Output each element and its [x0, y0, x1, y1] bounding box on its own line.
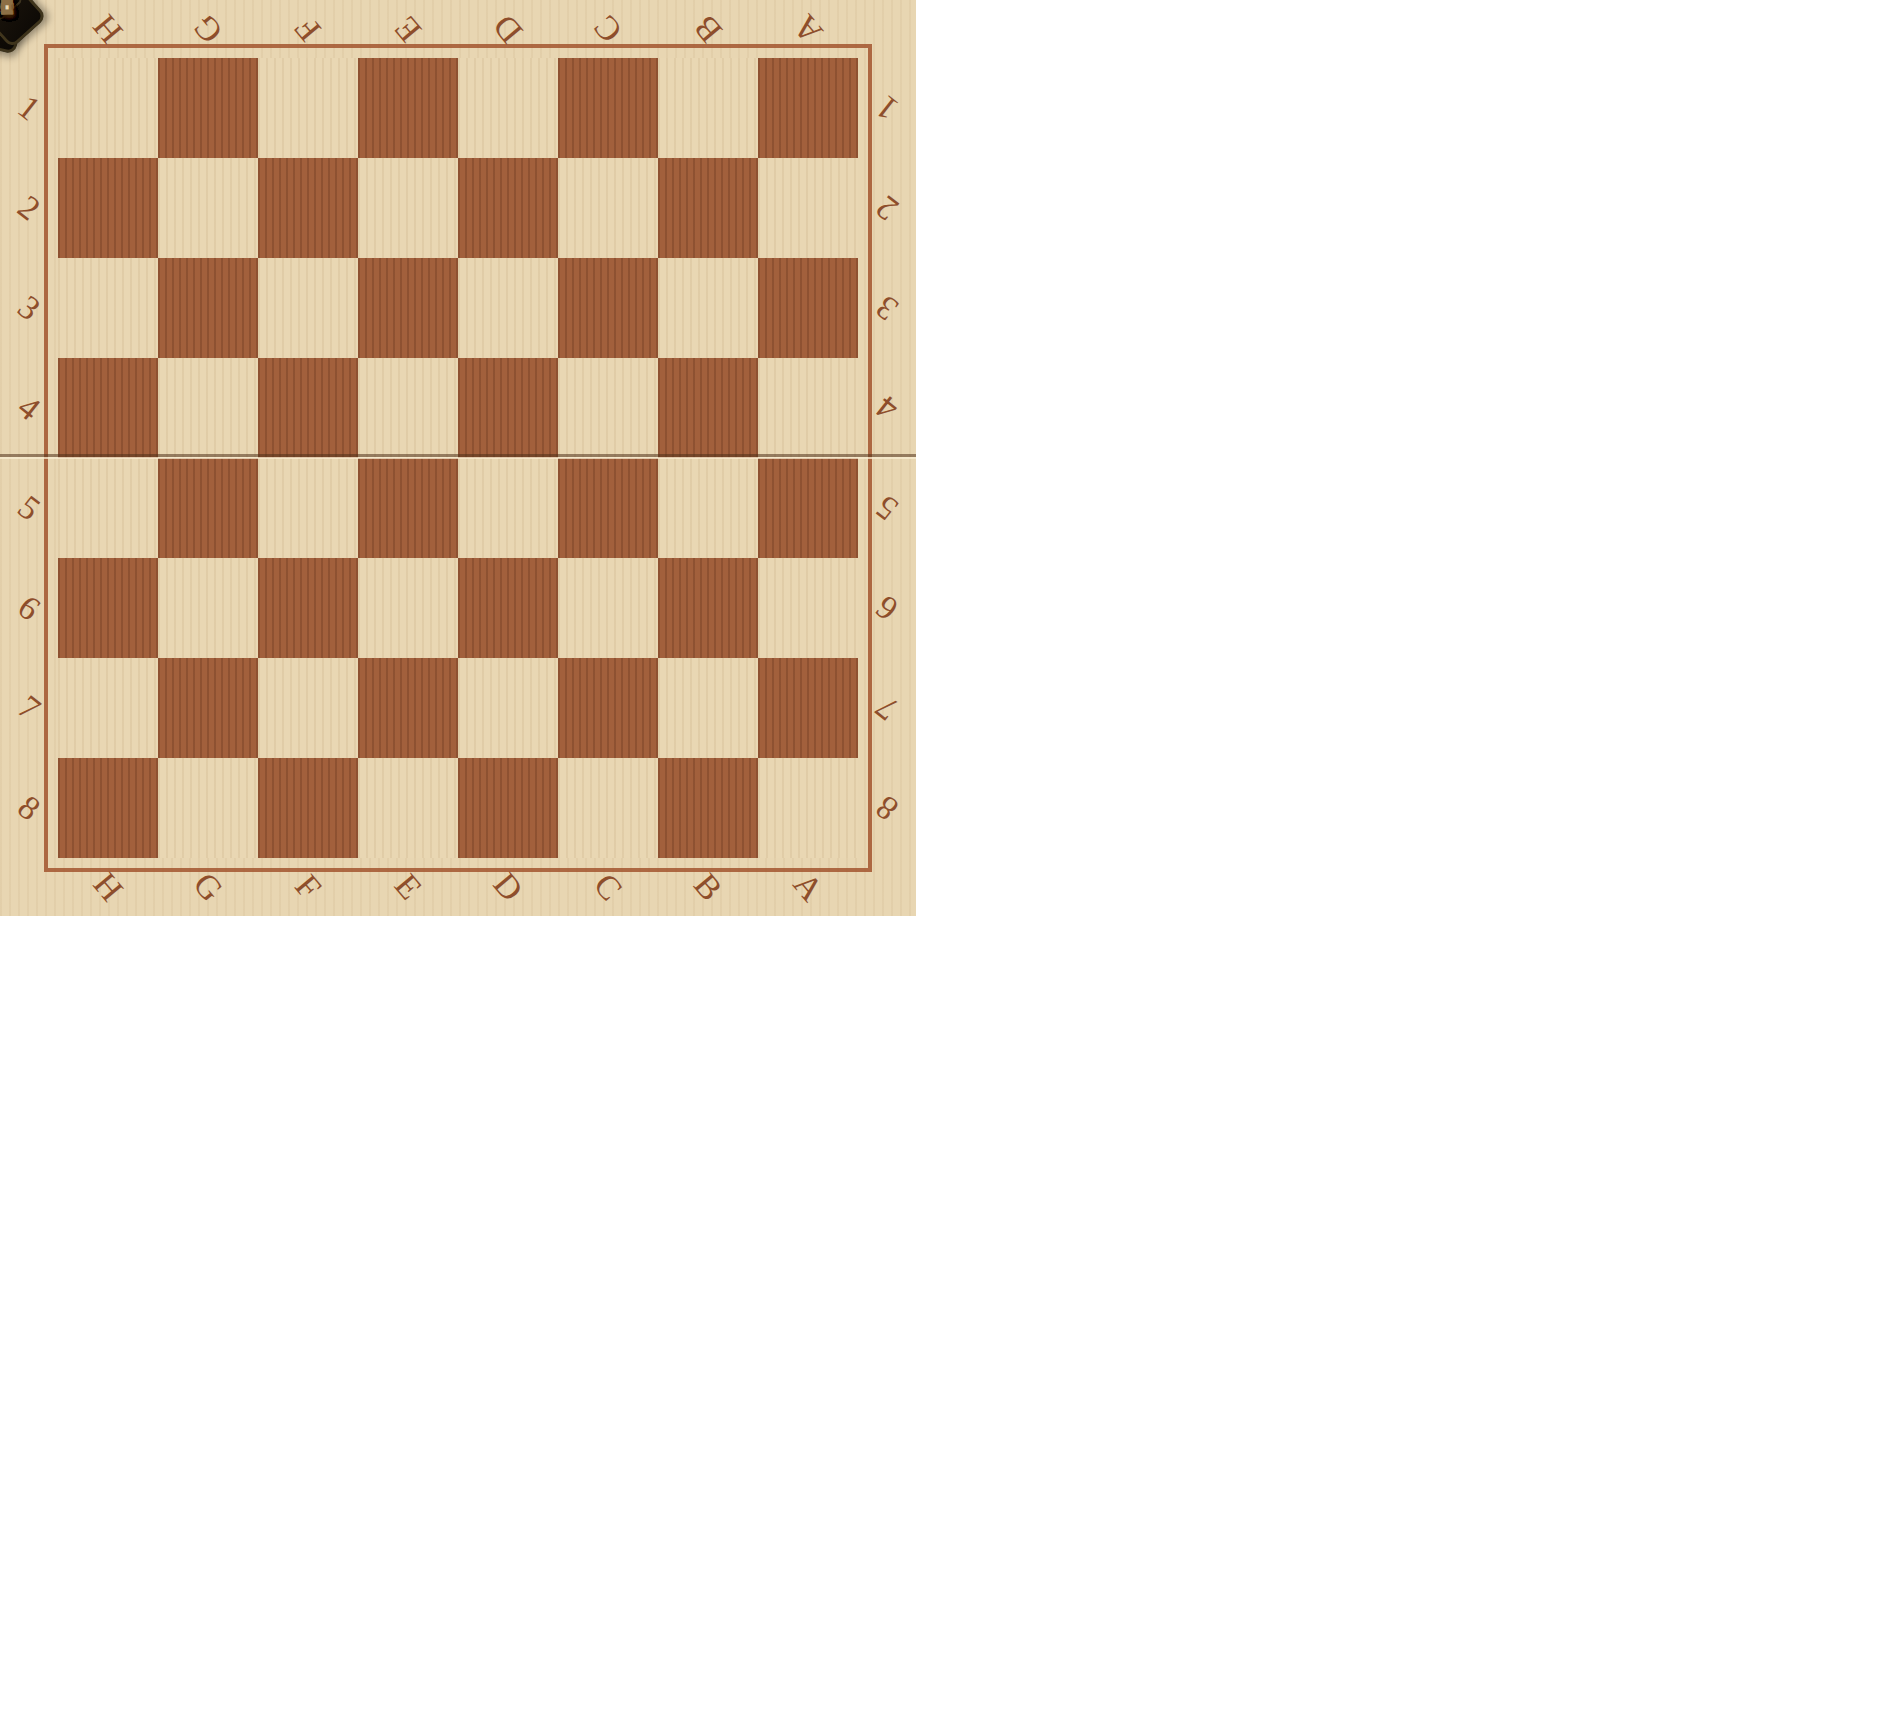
- square-f1: [258, 58, 358, 158]
- square-d6: [458, 558, 558, 658]
- square-g3: [158, 258, 258, 358]
- square-e6: [358, 558, 458, 658]
- square-d5: [458, 458, 558, 558]
- square-d1: [458, 58, 558, 158]
- square-b7: [658, 658, 758, 758]
- square-h2: [58, 158, 158, 258]
- square-b4: [658, 358, 758, 458]
- square-h6: [58, 558, 158, 658]
- file-label: D: [487, 867, 529, 908]
- square-a2: [758, 158, 858, 258]
- square-d2: [458, 158, 558, 258]
- square-d4: [458, 358, 558, 458]
- square-a8: [758, 758, 858, 858]
- square-c2: [558, 158, 658, 258]
- square-b5: [658, 458, 758, 558]
- product-photo-scene: 44332211ABCDEFGH 11HH22GG33FF44EE55DD66C…: [0, 0, 1890, 1718]
- square-c6: [558, 558, 658, 658]
- square-e5: [358, 458, 458, 558]
- rank-label: 2: [12, 189, 46, 226]
- square-d8: [458, 758, 558, 858]
- square-b8: [658, 758, 758, 858]
- square-c5: [558, 458, 658, 558]
- file-label: C: [588, 867, 629, 906]
- file-label: F: [289, 869, 327, 905]
- square-c7: [558, 658, 658, 758]
- square-a1: [758, 58, 858, 158]
- rank-label: 1: [870, 89, 904, 126]
- square-f2: [258, 158, 358, 258]
- square-e8: [358, 758, 458, 858]
- square-f6: [258, 558, 358, 658]
- square-h8: [58, 758, 158, 858]
- file-label: C: [588, 9, 629, 48]
- square-g8: [158, 758, 258, 858]
- file-label: A: [787, 867, 829, 908]
- square-d7: [458, 658, 558, 758]
- rank-label: 4: [12, 389, 46, 426]
- rank-label: 4: [870, 389, 904, 426]
- rank-label: 6: [12, 589, 46, 626]
- rank-label: 6: [870, 589, 904, 626]
- rank-label: 5: [870, 489, 904, 526]
- square-g5: [158, 458, 258, 558]
- square-b6: [658, 558, 758, 658]
- square-e1: [358, 58, 458, 158]
- square-b3: [658, 258, 758, 358]
- square-c3: [558, 258, 658, 358]
- square-e4: [358, 358, 458, 458]
- square-a6: [758, 558, 858, 658]
- square-e3: [358, 258, 458, 358]
- square-a3: [758, 258, 858, 358]
- file-label: E: [388, 10, 427, 48]
- square-b1: [658, 58, 758, 158]
- square-h1: [58, 58, 158, 158]
- open-board-surface: 11HH22GG33FF44EE55DD66CC77BB88AA: [0, 0, 916, 916]
- square-h3: [58, 258, 158, 358]
- rank-label: 5: [12, 489, 46, 526]
- square-d3: [458, 258, 558, 358]
- square-c8: [558, 758, 658, 858]
- file-label: H: [87, 867, 129, 908]
- fold-seam-highlight: [0, 457, 916, 459]
- rank-label: 2: [870, 189, 904, 226]
- square-f4: [258, 358, 358, 458]
- rank-label: 7: [12, 689, 46, 726]
- file-label: G: [187, 867, 229, 908]
- square-e7: [358, 658, 458, 758]
- file-label: E: [388, 868, 427, 906]
- rank-label: 3: [870, 289, 904, 326]
- square-c1: [558, 58, 658, 158]
- square-a7: [758, 658, 858, 758]
- square-g2: [158, 158, 258, 258]
- square-a5: [758, 458, 858, 558]
- square-f7: [258, 658, 358, 758]
- rank-label: 3: [12, 289, 46, 326]
- square-a4: [758, 358, 858, 458]
- rank-label: 7: [870, 689, 904, 726]
- piece-white-rook-h1: ♜: [0, 0, 14, 16]
- square-g6: [158, 558, 258, 658]
- square-e2: [358, 158, 458, 258]
- square-b2: [658, 158, 758, 258]
- square-g4: [158, 358, 258, 458]
- file-label: B: [688, 9, 729, 48]
- file-label: F: [289, 11, 327, 47]
- square-f3: [258, 258, 358, 358]
- file-label: B: [688, 867, 729, 906]
- square-h4: [58, 358, 158, 458]
- rank-label: 1: [12, 89, 46, 126]
- square-h7: [58, 658, 158, 758]
- square-f8: [258, 758, 358, 858]
- rank-label: 8: [870, 789, 904, 826]
- square-h5: [58, 458, 158, 558]
- square-c4: [558, 358, 658, 458]
- square-g1: [158, 58, 258, 158]
- rank-label: 8: [12, 789, 46, 826]
- square-f5: [258, 458, 358, 558]
- square-g7: [158, 658, 258, 758]
